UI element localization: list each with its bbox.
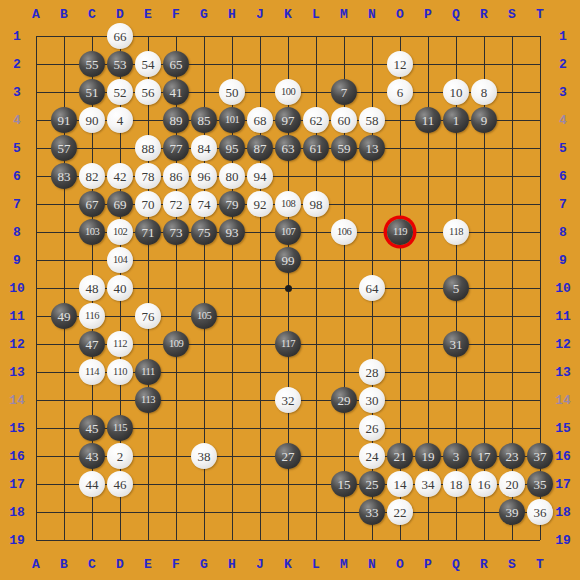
intersection-E7[interactable]: 70 (134, 190, 162, 218)
stone-move-64[interactable]: 64 (359, 275, 385, 301)
intersection-K8[interactable]: 107 (274, 218, 302, 246)
stone-move-27[interactable]: 27 (275, 443, 301, 469)
intersection-C3[interactable]: 51 (78, 78, 106, 106)
stone-move-89[interactable]: 89 (163, 107, 189, 133)
stone-move-114[interactable]: 114 (79, 359, 105, 385)
intersection-D13[interactable]: 110 (106, 358, 134, 386)
intersection-M8[interactable]: 106 (330, 218, 358, 246)
intersection-Q3[interactable]: 10 (442, 78, 470, 106)
intersection-N14[interactable]: 30 (358, 386, 386, 414)
intersection-D1[interactable]: 66 (106, 22, 134, 50)
stone-move-65[interactable]: 65 (163, 51, 189, 77)
intersection-N13[interactable]: 28 (358, 358, 386, 386)
stone-move-39[interactable]: 39 (499, 499, 525, 525)
intersection-H7[interactable]: 79 (218, 190, 246, 218)
stone-move-19[interactable]: 19 (415, 443, 441, 469)
intersection-Q8[interactable]: 118 (442, 218, 470, 246)
intersection-S18[interactable]: 39 (498, 498, 526, 526)
stone-move-40[interactable]: 40 (107, 275, 133, 301)
stone-move-109[interactable]: 109 (163, 331, 189, 357)
stone-move-73[interactable]: 73 (163, 219, 189, 245)
stone-move-24[interactable]: 24 (359, 443, 385, 469)
stone-move-69[interactable]: 69 (107, 191, 133, 217)
stone-move-23[interactable]: 23 (499, 443, 525, 469)
stone-move-17[interactable]: 17 (471, 443, 497, 469)
stone-move-106[interactable]: 106 (331, 219, 357, 245)
stone-move-72[interactable]: 72 (163, 191, 189, 217)
intersection-E3[interactable]: 56 (134, 78, 162, 106)
intersection-T18[interactable]: 36 (526, 498, 554, 526)
intersection-C15[interactable]: 45 (78, 414, 106, 442)
stone-move-116[interactable]: 116 (79, 303, 105, 329)
intersection-B5[interactable]: 57 (50, 134, 78, 162)
intersection-D4[interactable]: 4 (106, 106, 134, 134)
stone-move-96[interactable]: 96 (191, 163, 217, 189)
column-label-bottom-P: P (414, 552, 442, 576)
intersection-C10[interactable]: 48 (78, 274, 106, 302)
stone-move-20[interactable]: 20 (499, 471, 525, 497)
stone-move-18[interactable]: 18 (443, 471, 469, 497)
intersection-G7[interactable]: 74 (190, 190, 218, 218)
stone-move-34[interactable]: 34 (415, 471, 441, 497)
stone-move-61[interactable]: 61 (303, 135, 329, 161)
column-label-bottom-L: L (302, 552, 330, 576)
intersection-G8[interactable]: 75 (190, 218, 218, 246)
intersection-Q10[interactable]: 5 (442, 274, 470, 302)
intersection-P17[interactable]: 34 (414, 470, 442, 498)
intersection-C13[interactable]: 114 (78, 358, 106, 386)
board-grid[interactable]: 6655535465125152564150100761089190489851… (22, 22, 554, 554)
intersection-T16[interactable]: 37 (526, 442, 554, 470)
intersection-D6[interactable]: 42 (106, 162, 134, 190)
intersection-P16[interactable]: 19 (414, 442, 442, 470)
column-label-bottom-T: T (526, 552, 554, 576)
intersection-R4[interactable]: 9 (470, 106, 498, 134)
intersection-F8[interactable]: 73 (162, 218, 190, 246)
stone-move-60[interactable]: 60 (331, 107, 357, 133)
intersection-O3[interactable]: 6 (386, 78, 414, 106)
stone-move-67[interactable]: 67 (79, 191, 105, 217)
intersection-Q12[interactable]: 31 (442, 330, 470, 358)
intersection-M14[interactable]: 29 (330, 386, 358, 414)
column-label-bottom-O: O (386, 552, 414, 576)
intersection-L4[interactable]: 62 (302, 106, 330, 134)
intersection-F12[interactable]: 109 (162, 330, 190, 358)
intersection-C7[interactable]: 67 (78, 190, 106, 218)
intersection-M17[interactable]: 15 (330, 470, 358, 498)
stone-move-11[interactable]: 11 (415, 107, 441, 133)
stone-move-92[interactable]: 92 (247, 191, 273, 217)
intersection-G16[interactable]: 38 (190, 442, 218, 470)
intersection-S17[interactable]: 20 (498, 470, 526, 498)
stone-move-68[interactable]: 68 (247, 107, 273, 133)
stone-move-117[interactable]: 117 (275, 331, 301, 357)
intersection-K7[interactable]: 108 (274, 190, 302, 218)
stone-move-75[interactable]: 75 (191, 219, 217, 245)
intersection-G4[interactable]: 85 (190, 106, 218, 134)
intersection-O16[interactable]: 21 (386, 442, 414, 470)
stone-move-22[interactable]: 22 (387, 499, 413, 525)
intersection-K4[interactable]: 97 (274, 106, 302, 134)
stone-move-14[interactable]: 14 (387, 471, 413, 497)
stone-move-31[interactable]: 31 (443, 331, 469, 357)
intersection-C12[interactable]: 47 (78, 330, 106, 358)
stone-move-28[interactable]: 28 (359, 359, 385, 385)
stone-move-16[interactable]: 16 (471, 471, 497, 497)
intersection-D17[interactable]: 46 (106, 470, 134, 498)
stone-move-6[interactable]: 6 (387, 79, 413, 105)
intersection-L5[interactable]: 61 (302, 134, 330, 162)
intersection-D16[interactable]: 2 (106, 442, 134, 470)
column-label-bottom-G: G (190, 552, 218, 576)
intersection-D12[interactable]: 112 (106, 330, 134, 358)
intersection-K5[interactable]: 63 (274, 134, 302, 162)
column-label-bottom-K: K (274, 552, 302, 576)
stone-move-74[interactable]: 74 (191, 191, 217, 217)
stone-move-82[interactable]: 82 (79, 163, 105, 189)
intersection-R3[interactable]: 8 (470, 78, 498, 106)
stone-move-2[interactable]: 2 (107, 443, 133, 469)
intersection-C2[interactable]: 55 (78, 50, 106, 78)
column-labels-bottom: ABCDEFGHJKLMNOPQRST (22, 552, 554, 576)
stone-move-48[interactable]: 48 (79, 275, 105, 301)
stone-move-97[interactable]: 97 (275, 107, 301, 133)
intersection-D3[interactable]: 52 (106, 78, 134, 106)
intersection-C17[interactable]: 44 (78, 470, 106, 498)
stone-move-42[interactable]: 42 (107, 163, 133, 189)
column-label-bottom-H: H (218, 552, 246, 576)
column-label-bottom-D: D (106, 552, 134, 576)
stone-move-104[interactable]: 104 (107, 247, 133, 273)
intersection-M3[interactable]: 7 (330, 78, 358, 106)
stone-move-51[interactable]: 51 (79, 79, 105, 105)
stone-move-80[interactable]: 80 (219, 163, 245, 189)
stone-move-37[interactable]: 37 (527, 443, 553, 469)
stone-move-15[interactable]: 15 (331, 471, 357, 497)
column-label-bottom-E: E (134, 552, 162, 576)
intersection-C16[interactable]: 43 (78, 442, 106, 470)
stone-move-29[interactable]: 29 (331, 387, 357, 413)
intersection-S16[interactable]: 23 (498, 442, 526, 470)
intersection-F5[interactable]: 77 (162, 134, 190, 162)
intersection-G5[interactable]: 84 (190, 134, 218, 162)
column-label-bottom-F: F (162, 552, 190, 576)
stone-move-111[interactable]: 111 (135, 359, 161, 385)
stone-move-41[interactable]: 41 (163, 79, 189, 105)
stone-move-46[interactable]: 46 (107, 471, 133, 497)
star-point-K10 (274, 274, 302, 302)
stone-move-87[interactable]: 87 (247, 135, 273, 161)
stone-move-26[interactable]: 26 (359, 415, 385, 441)
intersection-C4[interactable]: 90 (78, 106, 106, 134)
stone-move-59[interactable]: 59 (331, 135, 357, 161)
stone-move-76[interactable]: 76 (135, 303, 161, 329)
stone-move-54[interactable]: 54 (135, 51, 161, 77)
intersection-H4[interactable]: 101 (218, 106, 246, 134)
intersection-F3[interactable]: 41 (162, 78, 190, 106)
stone-move-38[interactable]: 38 (191, 443, 217, 469)
stone-move-49[interactable]: 49 (51, 303, 77, 329)
column-label-bottom-C: C (78, 552, 106, 576)
intersection-T17[interactable]: 35 (526, 470, 554, 498)
intersection-Q16[interactable]: 3 (442, 442, 470, 470)
stone-move-62[interactable]: 62 (303, 107, 329, 133)
column-label-bottom-R: R (470, 552, 498, 576)
stone-move-118[interactable]: 118 (443, 219, 469, 245)
intersection-E13[interactable]: 111 (134, 358, 162, 386)
intersection-B11[interactable]: 49 (50, 302, 78, 330)
stone-move-30[interactable]: 30 (359, 387, 385, 413)
intersection-J4[interactable]: 68 (246, 106, 274, 134)
stone-move-107[interactable]: 107 (275, 219, 301, 245)
stone-move-85[interactable]: 85 (191, 107, 217, 133)
intersection-J6[interactable]: 94 (246, 162, 274, 190)
stone-move-119-last-move[interactable]: 119 (387, 219, 413, 245)
stone-move-70[interactable]: 70 (135, 191, 161, 217)
stone-move-77[interactable]: 77 (163, 135, 189, 161)
stone-move-63[interactable]: 63 (275, 135, 301, 161)
column-label-bottom-Q: Q (442, 552, 470, 576)
intersection-N5[interactable]: 13 (358, 134, 386, 162)
stone-move-1[interactable]: 1 (443, 107, 469, 133)
stone-move-33[interactable]: 33 (359, 499, 385, 525)
column-label-bottom-A: A (22, 552, 50, 576)
stone-move-4[interactable]: 4 (107, 107, 133, 133)
stone-move-32[interactable]: 32 (275, 387, 301, 413)
stone-move-56[interactable]: 56 (135, 79, 161, 105)
intersection-B6[interactable]: 83 (50, 162, 78, 190)
intersection-C6[interactable]: 82 (78, 162, 106, 190)
stone-move-47[interactable]: 47 (79, 331, 105, 357)
stone-move-57[interactable]: 57 (51, 135, 77, 161)
intersection-K12[interactable]: 117 (274, 330, 302, 358)
intersection-H8[interactable]: 93 (218, 218, 246, 246)
intersection-N4[interactable]: 58 (358, 106, 386, 134)
intersection-N17[interactable]: 25 (358, 470, 386, 498)
intersection-H6[interactable]: 80 (218, 162, 246, 190)
intersection-F6[interactable]: 86 (162, 162, 190, 190)
stone-move-79[interactable]: 79 (219, 191, 245, 217)
intersection-M4[interactable]: 60 (330, 106, 358, 134)
intersection-H3[interactable]: 50 (218, 78, 246, 106)
column-label-bottom-S: S (498, 552, 526, 576)
intersection-D9[interactable]: 104 (106, 246, 134, 274)
stone-move-25[interactable]: 25 (359, 471, 385, 497)
intersection-P4[interactable]: 11 (414, 106, 442, 134)
intersection-D15[interactable]: 115 (106, 414, 134, 442)
intersection-N16[interactable]: 24 (358, 442, 386, 470)
stone-move-36[interactable]: 36 (527, 499, 553, 525)
stone-move-66[interactable]: 66 (107, 23, 133, 49)
intersection-K16[interactable]: 27 (274, 442, 302, 470)
intersection-E6[interactable]: 78 (134, 162, 162, 190)
stone-move-53[interactable]: 53 (107, 51, 133, 77)
stone-move-113[interactable]: 113 (135, 387, 161, 413)
intersection-N10[interactable]: 64 (358, 274, 386, 302)
intersection-E8[interactable]: 71 (134, 218, 162, 246)
intersection-J7[interactable]: 92 (246, 190, 274, 218)
intersection-Q17[interactable]: 18 (442, 470, 470, 498)
stone-move-105[interactable]: 105 (191, 303, 217, 329)
stone-move-71[interactable]: 71 (135, 219, 161, 245)
stone-move-3[interactable]: 3 (443, 443, 469, 469)
stone-move-100[interactable]: 100 (275, 79, 301, 105)
intersection-K14[interactable]: 32 (274, 386, 302, 414)
intersection-C11[interactable]: 116 (78, 302, 106, 330)
intersection-B4[interactable]: 91 (50, 106, 78, 134)
stone-move-103[interactable]: 103 (79, 219, 105, 245)
intersection-R17[interactable]: 16 (470, 470, 498, 498)
intersection-C8[interactable]: 103 (78, 218, 106, 246)
stone-move-78[interactable]: 78 (135, 163, 161, 189)
intersection-D8[interactable]: 102 (106, 218, 134, 246)
intersection-O18[interactable]: 22 (386, 498, 414, 526)
intersection-Q4[interactable]: 1 (442, 106, 470, 134)
intersection-D10[interactable]: 40 (106, 274, 134, 302)
intersection-R16[interactable]: 17 (470, 442, 498, 470)
stone-move-95[interactable]: 95 (219, 135, 245, 161)
stone-move-83[interactable]: 83 (51, 163, 77, 189)
stone-move-91[interactable]: 91 (51, 107, 77, 133)
stone-move-93[interactable]: 93 (219, 219, 245, 245)
stone-move-52[interactable]: 52 (107, 79, 133, 105)
intersection-E2[interactable]: 54 (134, 50, 162, 78)
stone-move-21[interactable]: 21 (387, 443, 413, 469)
stone-move-7[interactable]: 7 (331, 79, 357, 105)
intersection-K3[interactable]: 100 (274, 78, 302, 106)
intersection-E14[interactable]: 113 (134, 386, 162, 414)
stone-move-5[interactable]: 5 (443, 275, 469, 301)
intersection-F7[interactable]: 72 (162, 190, 190, 218)
intersection-L7[interactable]: 98 (302, 190, 330, 218)
intersection-E5[interactable]: 88 (134, 134, 162, 162)
intersection-G11[interactable]: 105 (190, 302, 218, 330)
intersection-F2[interactable]: 65 (162, 50, 190, 78)
intersection-D2[interactable]: 53 (106, 50, 134, 78)
column-label-bottom-N: N (358, 552, 386, 576)
stone-move-94[interactable]: 94 (247, 163, 273, 189)
intersection-E11[interactable]: 76 (134, 302, 162, 330)
intersection-M5[interactable]: 59 (330, 134, 358, 162)
stone-move-88[interactable]: 88 (135, 135, 161, 161)
stone-move-50[interactable]: 50 (219, 79, 245, 105)
stone-move-90[interactable]: 90 (79, 107, 105, 133)
intersection-O8[interactable]: 119 (386, 218, 414, 246)
stone-move-110[interactable]: 110 (107, 359, 133, 385)
stone-move-45[interactable]: 45 (79, 415, 105, 441)
stone-move-115[interactable]: 115 (107, 415, 133, 441)
column-label-bottom-M: M (330, 552, 358, 576)
intersection-F4[interactable]: 89 (162, 106, 190, 134)
stone-move-98[interactable]: 98 (303, 191, 329, 217)
intersection-H5[interactable]: 95 (218, 134, 246, 162)
intersection-J5[interactable]: 87 (246, 134, 274, 162)
stone-move-13[interactable]: 13 (359, 135, 385, 161)
intersection-G6[interactable]: 96 (190, 162, 218, 190)
intersection-K9[interactable]: 99 (274, 246, 302, 274)
stone-move-12[interactable]: 12 (387, 51, 413, 77)
stone-move-43[interactable]: 43 (79, 443, 105, 469)
stone-move-55[interactable]: 55 (79, 51, 105, 77)
stone-move-44[interactable]: 44 (79, 471, 105, 497)
go-board[interactable]: 6655535465125152564150100761089190489851… (22, 22, 554, 554)
stone-move-10[interactable]: 10 (443, 79, 469, 105)
column-label-bottom-B: B (50, 552, 78, 576)
stone-move-102[interactable]: 102 (107, 219, 133, 245)
intersection-O2[interactable]: 12 (386, 50, 414, 78)
intersection-N18[interactable]: 33 (358, 498, 386, 526)
stone-move-84[interactable]: 84 (191, 135, 217, 161)
intersection-O17[interactable]: 14 (386, 470, 414, 498)
column-label-bottom-J: J (246, 552, 274, 576)
intersection-N15[interactable]: 26 (358, 414, 386, 442)
stone-move-58[interactable]: 58 (359, 107, 385, 133)
intersection-D7[interactable]: 69 (106, 190, 134, 218)
stone-move-86[interactable]: 86 (163, 163, 189, 189)
stone-move-101[interactable]: 101 (219, 107, 245, 133)
stone-move-8[interactable]: 8 (471, 79, 497, 105)
stone-move-112[interactable]: 112 (107, 331, 133, 357)
stone-move-9[interactable]: 9 (471, 107, 497, 133)
stone-move-99[interactable]: 99 (275, 247, 301, 273)
stone-move-108[interactable]: 108 (275, 191, 301, 217)
stone-move-35[interactable]: 35 (527, 471, 553, 497)
go-board-diagram: ABCDEFGHJKLMNOPQRST ABCDEFGHJKLMNOPQRST … (0, 0, 580, 580)
